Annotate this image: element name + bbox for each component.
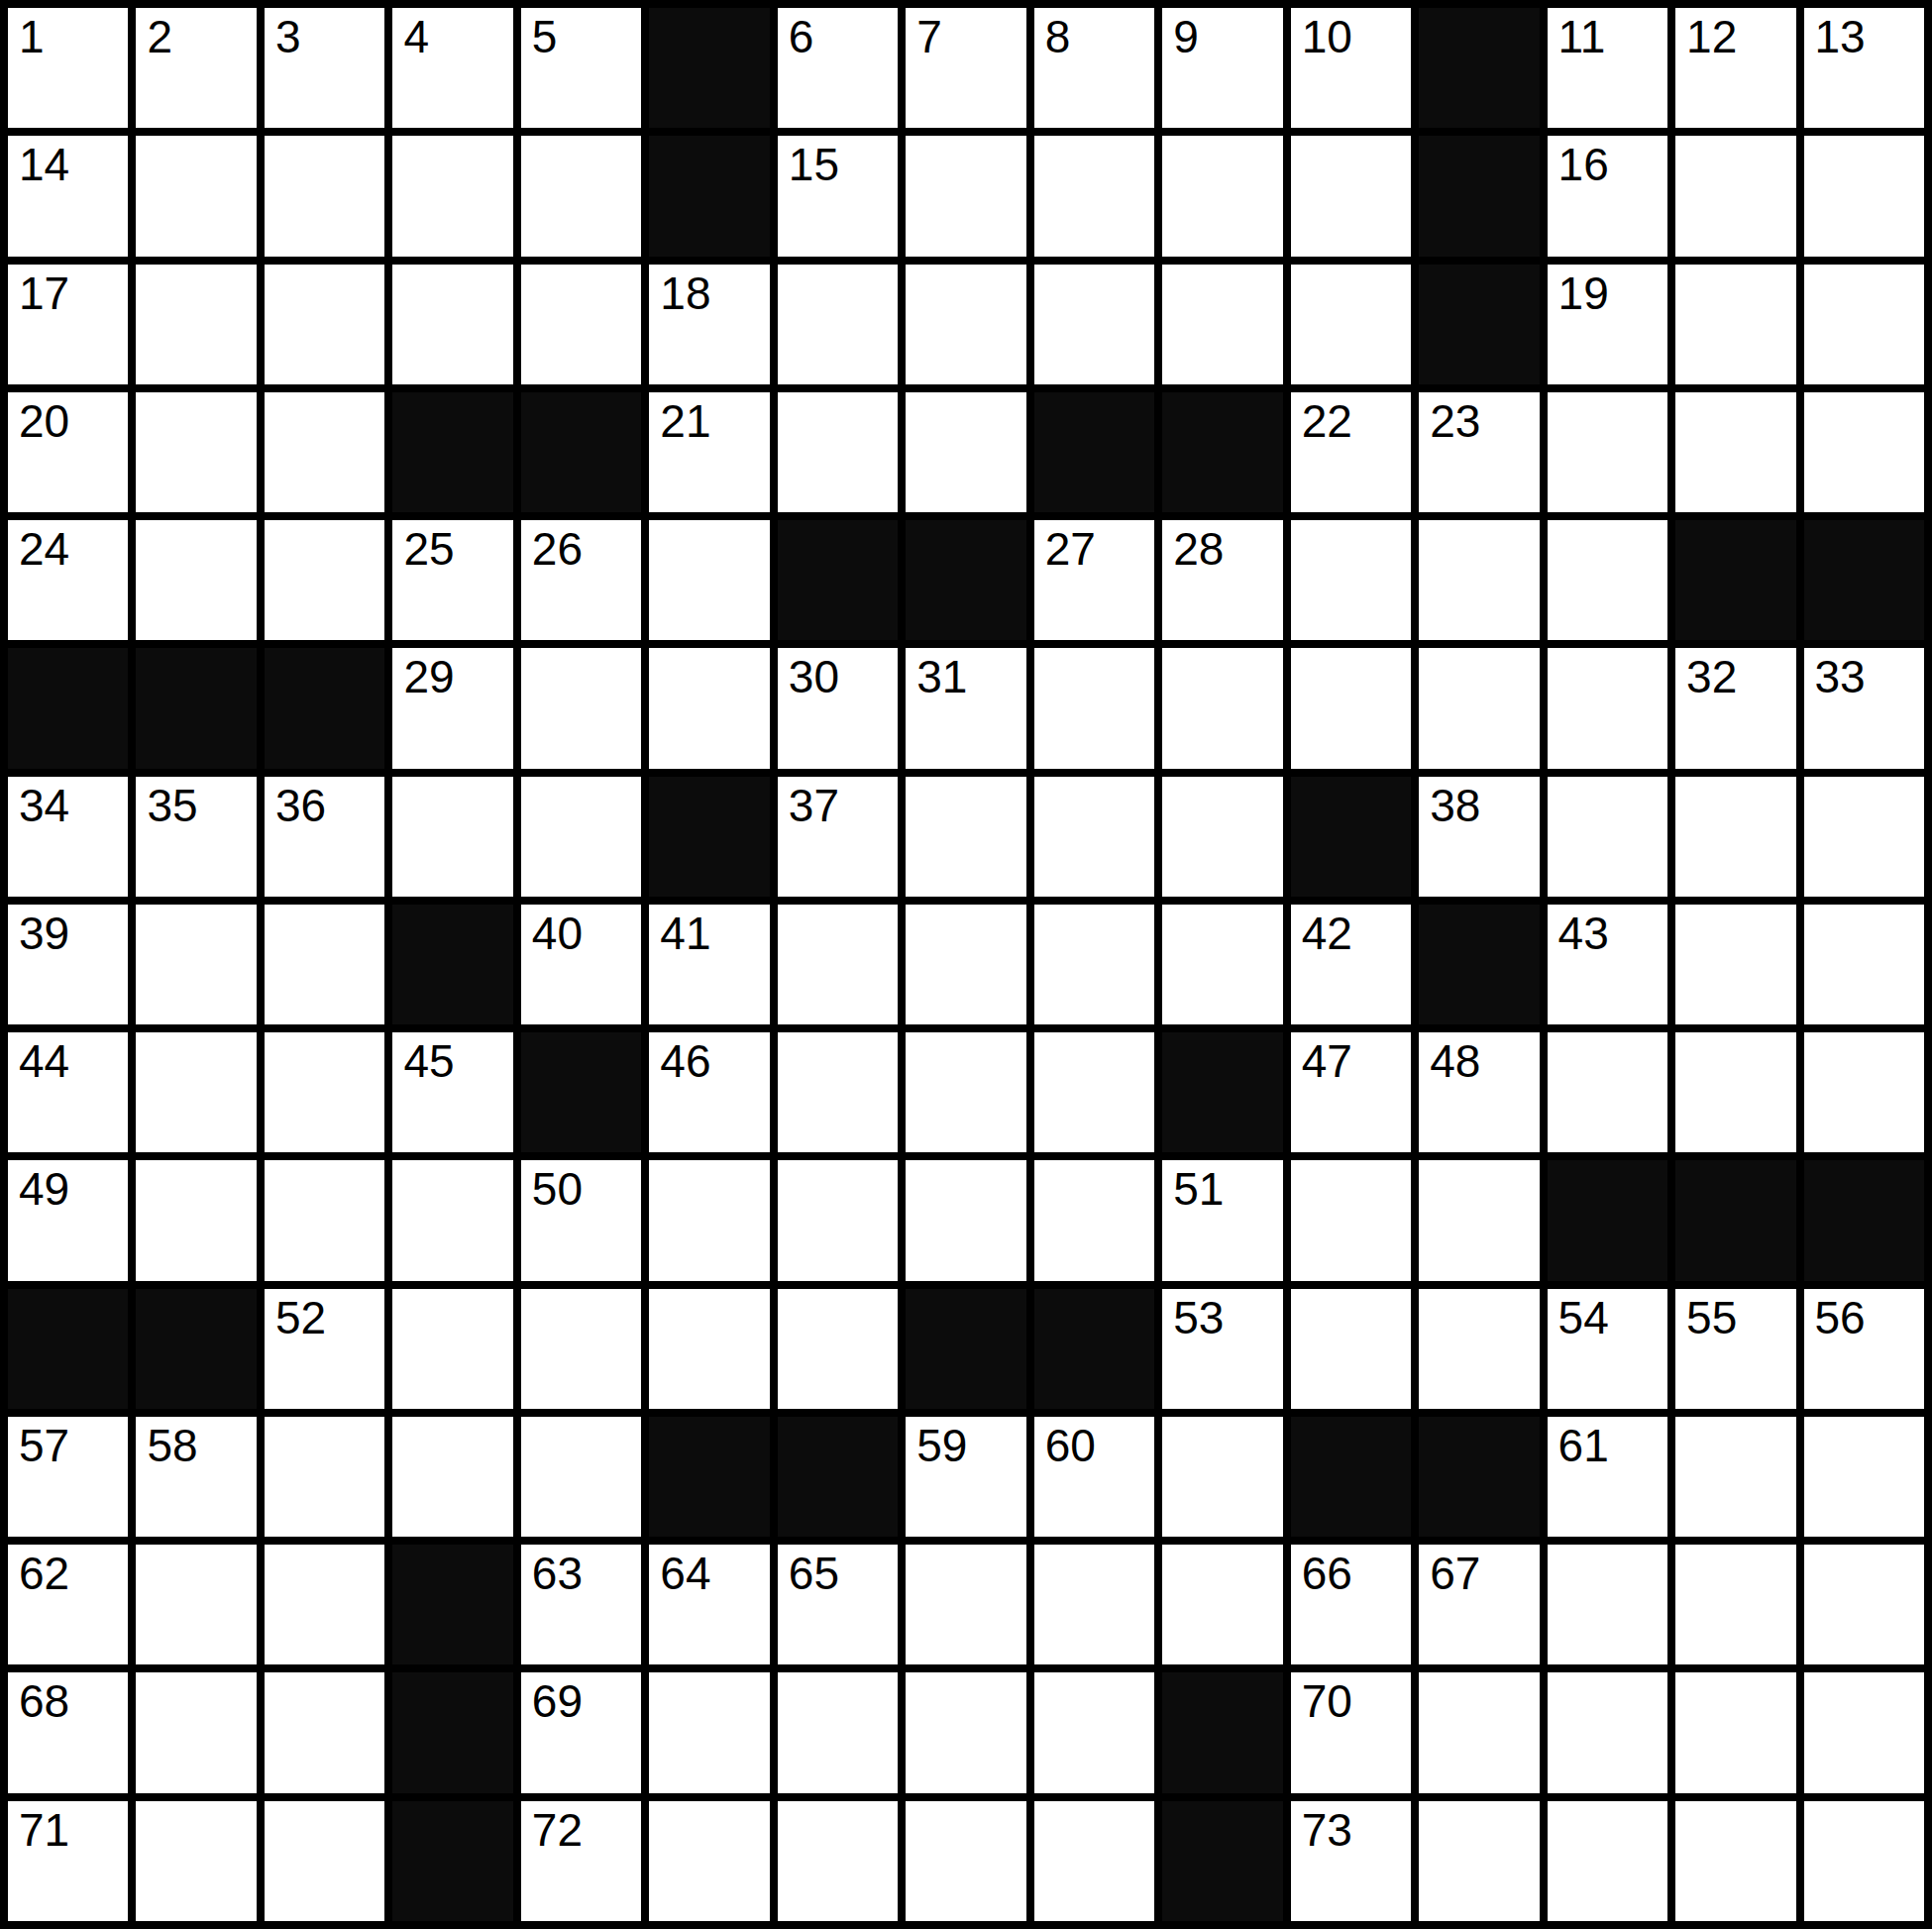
black-cell-r2c6 xyxy=(649,136,769,256)
black-cell-r10c13 xyxy=(1548,1160,1667,1280)
white-cell-r3c9[interactable] xyxy=(1034,265,1154,384)
white-cell-r8c2[interactable] xyxy=(136,905,256,1024)
white-cell-r3c11[interactable] xyxy=(1291,265,1411,384)
clue-number-58: 58 xyxy=(147,1421,197,1471)
white-cell-r10c8[interactable] xyxy=(906,1160,1025,1280)
white-cell-r7c4[interactable] xyxy=(392,777,512,897)
clue-number-33: 33 xyxy=(1815,652,1866,702)
white-cell-r15c13[interactable] xyxy=(1548,1801,1667,1921)
clue-number-68: 68 xyxy=(19,1676,69,1727)
clue-number-54: 54 xyxy=(1558,1293,1609,1343)
white-cell-r10c2[interactable] xyxy=(136,1160,256,1280)
black-cell-r8c4 xyxy=(392,905,512,1024)
white-cell-r3c8[interactable] xyxy=(906,265,1025,384)
clue-number-66: 66 xyxy=(1302,1549,1352,1599)
clue-number-1: 1 xyxy=(19,12,45,62)
white-cell-r1c13[interactable]: 11 xyxy=(1548,8,1667,128)
white-cell-r5c12[interactable] xyxy=(1419,520,1539,640)
white-cell-r5c11[interactable] xyxy=(1291,520,1411,640)
white-cell-r6c9[interactable] xyxy=(1034,648,1154,768)
white-cell-r6c10[interactable] xyxy=(1162,648,1282,768)
white-cell-r14c7[interactable] xyxy=(778,1672,898,1792)
clue-number-18: 18 xyxy=(660,268,710,319)
white-cell-r1c11[interactable]: 10 xyxy=(1291,8,1411,128)
white-cell-r15c11[interactable]: 73 xyxy=(1291,1801,1411,1921)
white-cell-r13c10[interactable] xyxy=(1162,1545,1282,1664)
white-cell-r13c6[interactable]: 64 xyxy=(649,1545,769,1664)
white-cell-r8c14[interactable] xyxy=(1675,905,1795,1024)
clue-number-17: 17 xyxy=(19,268,69,319)
white-cell-r15c2[interactable] xyxy=(136,1801,256,1921)
white-cell-r15c3[interactable] xyxy=(265,1801,384,1921)
clue-number-39: 39 xyxy=(19,909,69,959)
white-cell-r9c3[interactable] xyxy=(265,1032,384,1152)
white-cell-r6c12[interactable] xyxy=(1419,648,1539,768)
white-cell-r14c6[interactable] xyxy=(649,1672,769,1792)
white-cell-r5c6[interactable] xyxy=(649,520,769,640)
white-cell-r10c3[interactable] xyxy=(265,1160,384,1280)
black-cell-r12c11 xyxy=(1291,1417,1411,1537)
white-cell-r11c10[interactable]: 53 xyxy=(1162,1289,1282,1409)
white-cell-r1c7[interactable]: 6 xyxy=(778,8,898,128)
white-cell-r14c2[interactable] xyxy=(136,1672,256,1792)
white-cell-r4c14[interactable] xyxy=(1675,392,1795,512)
white-cell-r1c9[interactable]: 8 xyxy=(1034,8,1154,128)
white-cell-r1c3[interactable]: 3 xyxy=(265,8,384,128)
white-cell-r10c7[interactable] xyxy=(778,1160,898,1280)
white-cell-r3c10[interactable] xyxy=(1162,265,1282,384)
white-cell-r3c15[interactable] xyxy=(1804,265,1924,384)
black-cell-r12c7 xyxy=(778,1417,898,1537)
white-cell-r4c7[interactable] xyxy=(778,392,898,512)
clue-number-61: 61 xyxy=(1558,1421,1609,1471)
black-cell-r11c8 xyxy=(906,1289,1025,1409)
white-cell-r7c15[interactable] xyxy=(1804,777,1924,897)
clue-number-67: 67 xyxy=(1430,1549,1480,1599)
white-cell-r14c11[interactable]: 70 xyxy=(1291,1672,1411,1792)
clue-number-36: 36 xyxy=(275,781,326,831)
clue-number-29: 29 xyxy=(403,652,454,702)
black-cell-r9c10 xyxy=(1162,1032,1282,1152)
white-cell-r14c14[interactable] xyxy=(1675,1672,1795,1792)
white-cell-r13c13[interactable] xyxy=(1548,1545,1667,1664)
white-cell-r11c15[interactable]: 56 xyxy=(1804,1289,1924,1409)
white-cell-r11c14[interactable]: 55 xyxy=(1675,1289,1795,1409)
black-cell-r4c4 xyxy=(392,392,512,512)
white-cell-r6c13[interactable] xyxy=(1548,648,1667,768)
clue-number-34: 34 xyxy=(19,781,69,831)
clue-number-31: 31 xyxy=(916,652,967,702)
white-cell-r3c1[interactable]: 17 xyxy=(8,265,128,384)
white-cell-r4c11[interactable]: 22 xyxy=(1291,392,1411,512)
white-cell-r9c4[interactable]: 45 xyxy=(392,1032,512,1152)
white-cell-r3c5[interactable] xyxy=(521,265,641,384)
white-cell-r12c4[interactable] xyxy=(392,1417,512,1537)
white-cell-r12c5[interactable] xyxy=(521,1417,641,1537)
white-cell-r5c2[interactable] xyxy=(136,520,256,640)
black-cell-r10c14 xyxy=(1675,1160,1795,1280)
clue-number-20: 20 xyxy=(19,396,69,447)
white-cell-r11c5[interactable] xyxy=(521,1289,641,1409)
white-cell-r2c8[interactable] xyxy=(906,136,1025,256)
clue-number-47: 47 xyxy=(1302,1036,1352,1087)
white-cell-r12c15[interactable] xyxy=(1804,1417,1924,1537)
white-cell-r9c2[interactable] xyxy=(136,1032,256,1152)
black-cell-r11c1 xyxy=(8,1289,128,1409)
white-cell-r8c5[interactable]: 40 xyxy=(521,905,641,1024)
white-cell-r4c1[interactable]: 20 xyxy=(8,392,128,512)
white-cell-r2c15[interactable] xyxy=(1804,136,1924,256)
white-cell-r14c9[interactable] xyxy=(1034,1672,1154,1792)
white-cell-r14c15[interactable] xyxy=(1804,1672,1924,1792)
white-cell-r6c6[interactable] xyxy=(649,648,769,768)
clue-number-48: 48 xyxy=(1430,1036,1480,1087)
white-cell-r1c5[interactable]: 5 xyxy=(521,8,641,128)
crossword-grid: 1234567891011121314151617181920212223242… xyxy=(0,0,1932,1929)
clue-number-4: 4 xyxy=(403,12,429,62)
white-cell-r3c7[interactable] xyxy=(778,265,898,384)
clue-number-16: 16 xyxy=(1558,140,1609,190)
black-cell-r5c15 xyxy=(1804,520,1924,640)
clue-number-45: 45 xyxy=(403,1036,454,1087)
white-cell-r13c3[interactable] xyxy=(265,1545,384,1664)
white-cell-r9c12[interactable]: 48 xyxy=(1419,1032,1539,1152)
white-cell-r2c2[interactable] xyxy=(136,136,256,256)
white-cell-r10c4[interactable] xyxy=(392,1160,512,1280)
black-cell-r13c4 xyxy=(392,1545,512,1664)
white-cell-r4c8[interactable] xyxy=(906,392,1025,512)
clue-number-64: 64 xyxy=(660,1549,710,1599)
white-cell-r10c10[interactable]: 51 xyxy=(1162,1160,1282,1280)
white-cell-r4c15[interactable] xyxy=(1804,392,1924,512)
white-cell-r6c4[interactable]: 29 xyxy=(392,648,512,768)
white-cell-r13c1[interactable]: 62 xyxy=(8,1545,128,1664)
white-cell-r12c3[interactable] xyxy=(265,1417,384,1537)
white-cell-r11c7[interactable] xyxy=(778,1289,898,1409)
clue-number-30: 30 xyxy=(789,652,839,702)
black-cell-r5c7 xyxy=(778,520,898,640)
clue-number-2: 2 xyxy=(147,12,172,62)
white-cell-r9c8[interactable] xyxy=(906,1032,1025,1152)
white-cell-r3c4[interactable] xyxy=(392,265,512,384)
white-cell-r6c7[interactable]: 30 xyxy=(778,648,898,768)
white-cell-r4c3[interactable] xyxy=(265,392,384,512)
white-cell-r13c15[interactable] xyxy=(1804,1545,1924,1664)
white-cell-r6c14[interactable]: 32 xyxy=(1675,648,1795,768)
white-cell-r2c5[interactable] xyxy=(521,136,641,256)
black-cell-r12c12 xyxy=(1419,1417,1539,1537)
white-cell-r7c3[interactable]: 36 xyxy=(265,777,384,897)
white-cell-r2c7[interactable]: 15 xyxy=(778,136,898,256)
clue-number-13: 13 xyxy=(1815,12,1866,62)
white-cell-r14c1[interactable]: 68 xyxy=(8,1672,128,1792)
clue-number-19: 19 xyxy=(1558,268,1609,319)
white-cell-r8c15[interactable] xyxy=(1804,905,1924,1024)
clue-number-35: 35 xyxy=(147,781,197,831)
white-cell-r1c15[interactable]: 13 xyxy=(1804,8,1924,128)
clue-number-73: 73 xyxy=(1302,1805,1352,1856)
white-cell-r7c5[interactable] xyxy=(521,777,641,897)
clue-number-11: 11 xyxy=(1558,12,1606,62)
clue-number-46: 46 xyxy=(660,1036,710,1087)
white-cell-r14c5[interactable]: 69 xyxy=(521,1672,641,1792)
white-cell-r10c6[interactable] xyxy=(649,1160,769,1280)
clue-number-57: 57 xyxy=(19,1421,69,1471)
white-cell-r15c14[interactable] xyxy=(1675,1801,1795,1921)
black-cell-r12c6 xyxy=(649,1417,769,1537)
clue-number-15: 15 xyxy=(789,140,839,190)
black-cell-r7c6 xyxy=(649,777,769,897)
clue-number-70: 70 xyxy=(1302,1676,1352,1727)
clue-number-43: 43 xyxy=(1558,909,1609,959)
black-cell-r15c10 xyxy=(1162,1801,1282,1921)
black-cell-r15c4 xyxy=(392,1801,512,1921)
clue-number-72: 72 xyxy=(532,1805,583,1856)
white-cell-r2c4[interactable] xyxy=(392,136,512,256)
black-cell-r8c12 xyxy=(1419,905,1539,1024)
clue-number-23: 23 xyxy=(1430,396,1480,447)
white-cell-r15c5[interactable]: 72 xyxy=(521,1801,641,1921)
white-cell-r15c12[interactable] xyxy=(1419,1801,1539,1921)
white-cell-r12c9[interactable]: 60 xyxy=(1034,1417,1154,1537)
white-cell-r11c11[interactable] xyxy=(1291,1289,1411,1409)
white-cell-r7c7[interactable]: 37 xyxy=(778,777,898,897)
black-cell-r6c2 xyxy=(136,648,256,768)
white-cell-r3c3[interactable] xyxy=(265,265,384,384)
white-cell-r11c3[interactable]: 52 xyxy=(265,1289,384,1409)
clue-number-26: 26 xyxy=(532,524,583,575)
white-cell-r3c6[interactable]: 18 xyxy=(649,265,769,384)
clue-number-3: 3 xyxy=(275,12,301,62)
black-cell-r6c1 xyxy=(8,648,128,768)
clue-number-7: 7 xyxy=(916,12,942,62)
black-cell-r11c2 xyxy=(136,1289,256,1409)
white-cell-r8c8[interactable] xyxy=(906,905,1025,1024)
clue-number-51: 51 xyxy=(1173,1164,1224,1215)
clue-number-40: 40 xyxy=(532,909,583,959)
white-cell-r2c9[interactable] xyxy=(1034,136,1154,256)
white-cell-r8c7[interactable] xyxy=(778,905,898,1024)
clue-number-50: 50 xyxy=(532,1164,583,1215)
clue-number-5: 5 xyxy=(532,12,558,62)
black-cell-r4c9 xyxy=(1034,392,1154,512)
white-cell-r1c1[interactable]: 1 xyxy=(8,8,128,128)
white-cell-r10c1[interactable]: 49 xyxy=(8,1160,128,1280)
white-cell-r6c5[interactable] xyxy=(521,648,641,768)
clue-number-65: 65 xyxy=(789,1549,839,1599)
clue-number-6: 6 xyxy=(789,12,814,62)
black-cell-r6c3 xyxy=(265,648,384,768)
white-cell-r13c7[interactable]: 65 xyxy=(778,1545,898,1664)
white-cell-r7c1[interactable]: 34 xyxy=(8,777,128,897)
white-cell-r5c3[interactable] xyxy=(265,520,384,640)
clue-number-56: 56 xyxy=(1815,1293,1866,1343)
white-cell-r13c2[interactable] xyxy=(136,1545,256,1664)
clue-number-52: 52 xyxy=(275,1293,326,1343)
white-cell-r13c9[interactable] xyxy=(1034,1545,1154,1664)
white-cell-r9c6[interactable]: 46 xyxy=(649,1032,769,1152)
white-cell-r7c13[interactable] xyxy=(1548,777,1667,897)
white-cell-r8c10[interactable] xyxy=(1162,905,1282,1024)
black-cell-r1c6 xyxy=(649,8,769,128)
white-cell-r11c4[interactable] xyxy=(392,1289,512,1409)
white-cell-r5c9[interactable]: 27 xyxy=(1034,520,1154,640)
white-cell-r13c11[interactable]: 66 xyxy=(1291,1545,1411,1664)
white-cell-r1c14[interactable]: 12 xyxy=(1675,8,1795,128)
white-cell-r7c10[interactable] xyxy=(1162,777,1282,897)
clue-number-27: 27 xyxy=(1045,524,1096,575)
white-cell-r12c13[interactable]: 61 xyxy=(1548,1417,1667,1537)
clue-number-9: 9 xyxy=(1173,12,1199,62)
clue-number-41: 41 xyxy=(660,909,710,959)
white-cell-r5c10[interactable]: 28 xyxy=(1162,520,1282,640)
white-cell-r1c4[interactable]: 4 xyxy=(392,8,512,128)
clue-number-49: 49 xyxy=(19,1164,69,1215)
white-cell-r12c1[interactable]: 57 xyxy=(8,1417,128,1537)
clue-number-63: 63 xyxy=(532,1549,583,1599)
white-cell-r15c15[interactable] xyxy=(1804,1801,1924,1921)
white-cell-r8c9[interactable] xyxy=(1034,905,1154,1024)
white-cell-r14c13[interactable] xyxy=(1548,1672,1667,1792)
clue-number-62: 62 xyxy=(19,1549,69,1599)
white-cell-r6c8[interactable]: 31 xyxy=(906,648,1025,768)
white-cell-r8c6[interactable]: 41 xyxy=(649,905,769,1024)
black-cell-r2c12 xyxy=(1419,136,1539,256)
clue-number-69: 69 xyxy=(532,1676,583,1727)
white-cell-r4c13[interactable] xyxy=(1548,392,1667,512)
white-cell-r2c10[interactable] xyxy=(1162,136,1282,256)
white-cell-r2c11[interactable] xyxy=(1291,136,1411,256)
clue-number-21: 21 xyxy=(660,396,710,447)
white-cell-r14c12[interactable] xyxy=(1419,1672,1539,1792)
white-cell-r8c13[interactable]: 43 xyxy=(1548,905,1667,1024)
clue-number-12: 12 xyxy=(1686,12,1737,62)
black-cell-r5c8 xyxy=(906,520,1025,640)
clue-number-22: 22 xyxy=(1302,396,1352,447)
clue-number-60: 60 xyxy=(1045,1421,1096,1471)
white-cell-r15c8[interactable] xyxy=(906,1801,1025,1921)
black-cell-r10c15 xyxy=(1804,1160,1924,1280)
white-cell-r2c13[interactable]: 16 xyxy=(1548,136,1667,256)
white-cell-r5c1[interactable]: 24 xyxy=(8,520,128,640)
white-cell-r1c8[interactable]: 7 xyxy=(906,8,1025,128)
black-cell-r5c14 xyxy=(1675,520,1795,640)
black-cell-r14c10 xyxy=(1162,1672,1282,1792)
white-cell-r10c5[interactable]: 50 xyxy=(521,1160,641,1280)
black-cell-r4c5 xyxy=(521,392,641,512)
black-cell-r9c5 xyxy=(521,1032,641,1152)
clue-number-14: 14 xyxy=(19,140,69,190)
white-cell-r11c12[interactable] xyxy=(1419,1289,1539,1409)
white-cell-r8c1[interactable]: 39 xyxy=(8,905,128,1024)
white-cell-r6c15[interactable]: 33 xyxy=(1804,648,1924,768)
clue-number-28: 28 xyxy=(1173,524,1224,575)
white-cell-r9c11[interactable]: 47 xyxy=(1291,1032,1411,1152)
black-cell-r3c12 xyxy=(1419,265,1539,384)
white-cell-r7c9[interactable] xyxy=(1034,777,1154,897)
white-cell-r2c1[interactable]: 14 xyxy=(8,136,128,256)
white-cell-r10c11[interactable] xyxy=(1291,1160,1411,1280)
clue-number-53: 53 xyxy=(1173,1293,1224,1343)
clue-number-37: 37 xyxy=(789,781,839,831)
white-cell-r1c10[interactable]: 9 xyxy=(1162,8,1282,128)
white-cell-r4c2[interactable] xyxy=(136,392,256,512)
clue-number-71: 71 xyxy=(19,1805,69,1856)
clue-number-59: 59 xyxy=(916,1421,967,1471)
black-cell-r14c4 xyxy=(392,1672,512,1792)
black-cell-r1c12 xyxy=(1419,8,1539,128)
white-cell-r7c12[interactable]: 38 xyxy=(1419,777,1539,897)
white-cell-r9c7[interactable] xyxy=(778,1032,898,1152)
white-cell-r7c2[interactable]: 35 xyxy=(136,777,256,897)
white-cell-r10c12[interactable] xyxy=(1419,1160,1539,1280)
white-cell-r1c2[interactable]: 2 xyxy=(136,8,256,128)
clue-number-24: 24 xyxy=(19,524,69,575)
white-cell-r3c2[interactable] xyxy=(136,265,256,384)
white-cell-r15c1[interactable]: 71 xyxy=(8,1801,128,1921)
white-cell-r2c14[interactable] xyxy=(1675,136,1795,256)
white-cell-r12c14[interactable] xyxy=(1675,1417,1795,1537)
white-cell-r4c12[interactable]: 23 xyxy=(1419,392,1539,512)
white-cell-r3c13[interactable]: 19 xyxy=(1548,265,1667,384)
white-cell-r14c8[interactable] xyxy=(906,1672,1025,1792)
white-cell-r15c6[interactable] xyxy=(649,1801,769,1921)
white-cell-r10c9[interactable] xyxy=(1034,1160,1154,1280)
white-cell-r4c6[interactable]: 21 xyxy=(649,392,769,512)
white-cell-r11c6[interactable] xyxy=(649,1289,769,1409)
clue-number-55: 55 xyxy=(1686,1293,1737,1343)
white-cell-r5c4[interactable]: 25 xyxy=(392,520,512,640)
black-cell-r11c9 xyxy=(1034,1289,1154,1409)
white-cell-r3c14[interactable] xyxy=(1675,265,1795,384)
white-cell-r9c13[interactable] xyxy=(1548,1032,1667,1152)
clue-number-42: 42 xyxy=(1302,909,1352,959)
white-cell-r8c11[interactable]: 42 xyxy=(1291,905,1411,1024)
white-cell-r5c13[interactable] xyxy=(1548,520,1667,640)
white-cell-r2c3[interactable] xyxy=(265,136,384,256)
white-cell-r13c14[interactable] xyxy=(1675,1545,1795,1664)
white-cell-r12c8[interactable]: 59 xyxy=(906,1417,1025,1537)
clue-number-32: 32 xyxy=(1686,652,1737,702)
white-cell-r11c13[interactable]: 54 xyxy=(1548,1289,1667,1409)
white-cell-r9c1[interactable]: 44 xyxy=(8,1032,128,1152)
white-cell-r6c11[interactable] xyxy=(1291,648,1411,768)
clue-number-10: 10 xyxy=(1302,12,1352,62)
clue-number-25: 25 xyxy=(403,524,454,575)
white-cell-r13c5[interactable]: 63 xyxy=(521,1545,641,1664)
black-cell-r7c11 xyxy=(1291,777,1411,897)
white-cell-r15c7[interactable] xyxy=(778,1801,898,1921)
white-cell-r14c3[interactable] xyxy=(265,1672,384,1792)
white-cell-r15c9[interactable] xyxy=(1034,1801,1154,1921)
white-cell-r12c10[interactable] xyxy=(1162,1417,1282,1537)
white-cell-r9c15[interactable] xyxy=(1804,1032,1924,1152)
clue-number-8: 8 xyxy=(1045,12,1071,62)
white-cell-r7c14[interactable] xyxy=(1675,777,1795,897)
white-cell-r5c5[interactable]: 26 xyxy=(521,520,641,640)
white-cell-r8c3[interactable] xyxy=(265,905,384,1024)
white-cell-r7c8[interactable] xyxy=(906,777,1025,897)
white-cell-r13c8[interactable] xyxy=(906,1545,1025,1664)
clue-number-44: 44 xyxy=(19,1036,69,1087)
white-cell-r9c14[interactable] xyxy=(1675,1032,1795,1152)
black-cell-r4c10 xyxy=(1162,392,1282,512)
white-cell-r13c12[interactable]: 67 xyxy=(1419,1545,1539,1664)
white-cell-r9c9[interactable] xyxy=(1034,1032,1154,1152)
white-cell-r12c2[interactable]: 58 xyxy=(136,1417,256,1537)
clue-number-38: 38 xyxy=(1430,781,1480,831)
